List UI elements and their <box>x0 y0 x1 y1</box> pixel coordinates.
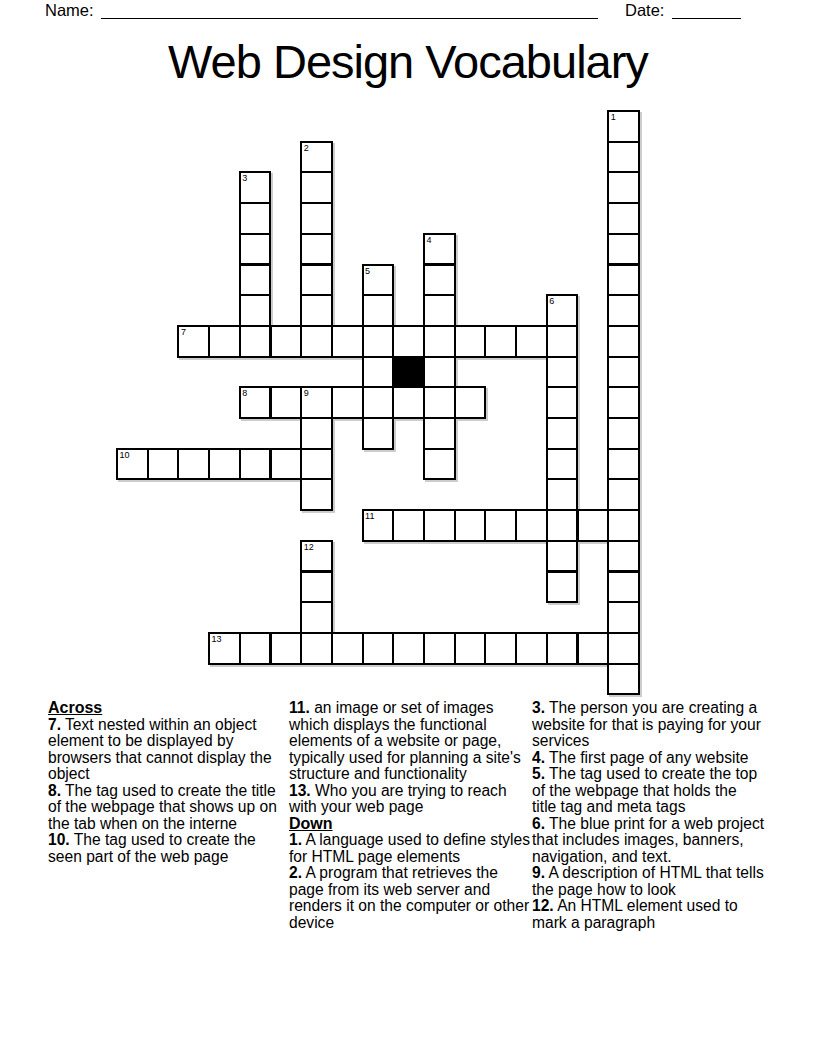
crossword-cell[interactable] <box>392 632 425 665</box>
clue-down-3: 3. The person you are creating a website… <box>532 700 765 750</box>
crossword-cell[interactable] <box>331 632 364 665</box>
crossword-cell[interactable] <box>607 417 640 450</box>
crossword-cell[interactable] <box>239 264 272 297</box>
name-blank-line <box>101 18 598 19</box>
crossword-cell[interactable] <box>239 632 272 665</box>
crossword-cell[interactable] <box>484 632 517 665</box>
crossword-cell[interactable] <box>546 509 579 542</box>
clue-number: 13. <box>289 782 311 799</box>
clue-across-8: 8. The tag used to create the title of t… <box>48 783 286 833</box>
crossword-cell[interactable] <box>607 663 640 696</box>
clue-across-13: 13. Who you are trying to reach with you… <box>289 783 536 816</box>
crossword-cell[interactable] <box>454 386 487 419</box>
crossword-cell[interactable] <box>607 141 640 174</box>
crossword-cell[interactable] <box>607 294 640 327</box>
crossword-cell[interactable] <box>607 202 640 235</box>
crossword-cell[interactable] <box>423 325 456 358</box>
crossword-cell[interactable] <box>607 571 640 604</box>
crossword-cell[interactable] <box>423 509 456 542</box>
crossword-cell[interactable] <box>607 356 640 389</box>
crossword-cell[interactable] <box>239 294 272 327</box>
crossword-cell[interactable] <box>607 478 640 511</box>
crossword-cell[interactable] <box>423 448 456 481</box>
crossword-cell[interactable] <box>362 386 395 419</box>
crossword-grid: 12345678910111213 <box>116 110 644 700</box>
crossword-cell[interactable] <box>423 264 456 297</box>
clue-number: 8. <box>48 782 61 799</box>
crossword-cell[interactable] <box>177 448 210 481</box>
crossword-cell[interactable] <box>607 233 640 266</box>
crossword-cell[interactable] <box>515 325 548 358</box>
crossword-cell[interactable] <box>300 417 333 450</box>
cell-number: 12 <box>304 543 314 552</box>
crossword-cell[interactable] <box>331 325 364 358</box>
clue-number: 6. <box>532 815 545 832</box>
crossword-cell[interactable] <box>300 294 333 327</box>
crossword-cell[interactable] <box>208 448 241 481</box>
clue-down-12: 12. An HTML element used to mark a parag… <box>532 898 765 931</box>
cell-number: 5 <box>365 267 370 276</box>
crossword-cell[interactable] <box>515 632 548 665</box>
crossword-cell[interactable] <box>362 325 395 358</box>
clue-number: 2. <box>289 864 302 881</box>
crossword-cell[interactable] <box>362 294 395 327</box>
crossword-cell[interactable] <box>515 509 548 542</box>
crossword-cell[interactable] <box>607 509 640 542</box>
clue-down-4: 4. The first page of any website <box>532 750 765 767</box>
crossword-cell[interactable] <box>484 325 517 358</box>
crossword-cell[interactable] <box>423 294 456 327</box>
clue-number: 12. <box>532 897 554 914</box>
cell-number: 6 <box>549 297 554 306</box>
clues-column-1: Across7. Text nested within an object el… <box>48 700 286 865</box>
crossword-cell[interactable] <box>392 386 425 419</box>
crossword-cell[interactable] <box>300 632 333 665</box>
crossword-cell[interactable] <box>546 540 579 573</box>
clue-number: 5. <box>532 765 545 782</box>
page-title: Web Design Vocabulary <box>0 34 816 89</box>
crossword-cell[interactable] <box>300 171 333 204</box>
crossword-cell[interactable] <box>423 356 456 389</box>
cell-number: 10 <box>120 451 130 460</box>
crossword-cell[interactable] <box>270 448 303 481</box>
crossword-cell[interactable] <box>423 632 456 665</box>
crossword-cell[interactable] <box>546 325 579 358</box>
crossword-cell[interactable] <box>607 601 640 634</box>
crossword-cell[interactable] <box>300 264 333 297</box>
clue-down-1: 1. A language used to define styles for … <box>289 832 536 865</box>
cell-number: 3 <box>242 174 247 183</box>
crossword-cell[interactable] <box>300 478 333 511</box>
blocked-cell <box>392 356 425 389</box>
crossword-cell[interactable] <box>362 417 395 450</box>
crossword-cell[interactable] <box>546 448 579 481</box>
crossword-cell[interactable] <box>392 325 425 358</box>
crossword-cell[interactable] <box>300 448 333 481</box>
cell-number: 2 <box>304 144 309 153</box>
clue-across-10: 10. The tag used to create the seen part… <box>48 832 286 865</box>
crossword-cell[interactable] <box>607 264 640 297</box>
crossword-cell[interactable] <box>331 386 364 419</box>
clue-down-2: 2. A program that retrieves the page fro… <box>289 865 536 931</box>
crossword-cell[interactable] <box>484 509 517 542</box>
cell-number: 8 <box>242 389 247 398</box>
crossword-cell[interactable] <box>423 417 456 450</box>
cell-number: 1 <box>611 113 616 122</box>
crossword-cell[interactable] <box>607 448 640 481</box>
clue-number: 9. <box>532 864 545 881</box>
clues-column-3: 3. The person you are creating a website… <box>532 700 765 931</box>
cell-number: 4 <box>427 236 432 245</box>
crossword-cell[interactable] <box>546 356 579 389</box>
crossword-cell[interactable] <box>270 386 303 419</box>
crossword-cell[interactable] <box>300 202 333 235</box>
crossword-cell[interactable] <box>362 356 395 389</box>
crossword-cell[interactable] <box>300 233 333 266</box>
clue-down-9: 9. A description of HTML that tells the … <box>532 865 765 898</box>
down-heading: Down <box>289 816 536 833</box>
crossword-cell[interactable] <box>607 171 640 204</box>
crossword-cell[interactable] <box>577 632 610 665</box>
crossword-cell[interactable] <box>239 233 272 266</box>
name-label: Name: <box>45 1 94 20</box>
crossword-cell[interactable] <box>270 632 303 665</box>
crossword-cell[interactable] <box>423 386 456 419</box>
clue-number: 4. <box>532 749 545 766</box>
crossword-cell[interactable] <box>300 571 333 604</box>
crossword-cell[interactable] <box>546 478 579 511</box>
crossword-cell[interactable] <box>546 386 579 419</box>
cell-number: 13 <box>212 635 222 644</box>
crossword-cell[interactable] <box>362 632 395 665</box>
crossword-cell[interactable] <box>239 202 272 235</box>
clue-number: 3. <box>532 699 545 716</box>
crossword-cell[interactable] <box>454 632 487 665</box>
crossword-cell[interactable] <box>546 632 579 665</box>
crossword-cell[interactable] <box>454 325 487 358</box>
clue-number: 11. <box>289 699 310 716</box>
crossword-cell[interactable] <box>607 632 640 665</box>
date-blank-line <box>672 18 741 19</box>
crossword-cell[interactable] <box>454 509 487 542</box>
cell-number: 11 <box>365 512 374 521</box>
crossword-cell[interactable] <box>300 325 333 358</box>
clue-number: 7. <box>48 716 61 733</box>
clue-down-6: 6. The blue print for a web project that… <box>532 816 765 866</box>
worksheet-page: Name: Date: Web Design Vocabulary 123456… <box>0 0 816 1056</box>
crossword-cell[interactable] <box>607 325 640 358</box>
clue-number: 10. <box>48 831 70 848</box>
crossword-cell[interactable] <box>546 571 579 604</box>
date-label: Date: <box>625 1 664 20</box>
crossword-cell[interactable] <box>607 386 640 419</box>
crossword-cell[interactable] <box>239 448 272 481</box>
crossword-cell[interactable] <box>546 417 579 450</box>
across-heading: Across <box>48 700 286 717</box>
clues-column-2: 11. an image or set of images which disp… <box>289 700 536 931</box>
clue-across-11: 11. an image or set of images which disp… <box>289 700 536 783</box>
clue-across-7: 7. Text nested within an object element … <box>48 717 286 783</box>
crossword-cell[interactable] <box>270 325 303 358</box>
crossword-cell[interactable] <box>607 540 640 573</box>
cell-number: 9 <box>304 389 309 398</box>
crossword-cell[interactable] <box>392 509 425 542</box>
crossword-cell[interactable] <box>300 601 333 634</box>
crossword-cell[interactable] <box>208 325 241 358</box>
cell-number: 7 <box>181 328 186 337</box>
crossword-cell[interactable] <box>147 448 180 481</box>
crossword-cell[interactable] <box>577 509 610 542</box>
crossword-cell[interactable] <box>239 325 272 358</box>
clue-number: 1. <box>289 831 302 848</box>
clue-down-5: 5. The tag used to create the top of the… <box>532 766 765 816</box>
